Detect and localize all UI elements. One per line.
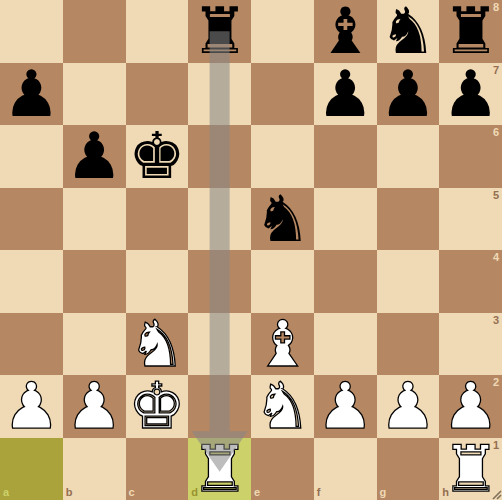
square-g1[interactable]: g	[377, 438, 440, 500]
square-f5[interactable]	[314, 188, 377, 251]
square-g5[interactable]	[377, 188, 440, 251]
piece-white-knight[interactable]: ♞	[126, 313, 189, 376]
piece-white-bishop[interactable]: ♝	[251, 313, 314, 376]
piece-white-pawn[interactable]: ♟	[439, 375, 502, 438]
square-h4[interactable]: 4	[439, 250, 502, 313]
square-d4[interactable]	[188, 250, 251, 313]
chess-board: ♜♝♞8♜♟♟♟7♟♟♚6♞54♞♝3♟♟♚♞♟♟2♟abcd♜efg1h♜	[0, 0, 502, 500]
piece-black-pawn[interactable]: ♟	[439, 63, 502, 126]
square-d3[interactable]	[188, 313, 251, 376]
piece-black-pawn[interactable]: ♟	[314, 63, 377, 126]
piece-white-king[interactable]: ♚	[126, 375, 189, 438]
square-c1[interactable]: c	[126, 438, 189, 500]
square-g4[interactable]	[377, 250, 440, 313]
square-b5[interactable]	[63, 188, 126, 251]
square-a6[interactable]	[0, 125, 63, 188]
coord-file-g: g	[380, 487, 387, 498]
square-g7[interactable]: ♟	[377, 63, 440, 126]
piece-black-knight[interactable]: ♞	[377, 0, 440, 63]
square-a8[interactable]	[0, 0, 63, 63]
square-a2[interactable]: ♟	[0, 375, 63, 438]
square-e5[interactable]: ♞	[251, 188, 314, 251]
board-resize-handle-icon[interactable]	[489, 487, 502, 500]
square-h3[interactable]: 3	[439, 313, 502, 376]
square-e4[interactable]	[251, 250, 314, 313]
square-f8[interactable]: ♝	[314, 0, 377, 63]
square-f3[interactable]	[314, 313, 377, 376]
coord-rank-3: 3	[493, 315, 499, 326]
square-b3[interactable]	[63, 313, 126, 376]
square-e6[interactable]	[251, 125, 314, 188]
square-g3[interactable]	[377, 313, 440, 376]
coord-rank-4: 4	[493, 252, 499, 263]
piece-black-rook[interactable]: ♜	[439, 0, 502, 63]
square-h2[interactable]: 2♟	[439, 375, 502, 438]
piece-black-pawn[interactable]: ♟	[0, 63, 63, 126]
piece-white-knight[interactable]: ♞	[251, 375, 314, 438]
square-c5[interactable]	[126, 188, 189, 251]
piece-white-pawn[interactable]: ♟	[314, 375, 377, 438]
square-b6[interactable]: ♟	[63, 125, 126, 188]
square-a1[interactable]: a	[0, 438, 63, 500]
square-c6[interactable]: ♚	[126, 125, 189, 188]
coord-file-b: b	[66, 487, 73, 498]
square-g6[interactable]	[377, 125, 440, 188]
coord-file-c: c	[129, 487, 135, 498]
square-d7[interactable]	[188, 63, 251, 126]
square-f2[interactable]: ♟	[314, 375, 377, 438]
piece-white-pawn[interactable]: ♟	[377, 375, 440, 438]
square-d5[interactable]	[188, 188, 251, 251]
square-h7[interactable]: 7♟	[439, 63, 502, 126]
square-g8[interactable]: ♞	[377, 0, 440, 63]
piece-white-pawn[interactable]: ♟	[63, 375, 126, 438]
square-g2[interactable]: ♟	[377, 375, 440, 438]
square-e7[interactable]	[251, 63, 314, 126]
board-squares: ♜♝♞8♜♟♟♟7♟♟♚6♞54♞♝3♟♟♚♞♟♟2♟abcd♜efg1h♜	[0, 0, 502, 500]
piece-black-pawn[interactable]: ♟	[377, 63, 440, 126]
square-h6[interactable]: 6	[439, 125, 502, 188]
resize-grip-lines	[493, 491, 501, 499]
square-a7[interactable]: ♟	[0, 63, 63, 126]
square-a5[interactable]	[0, 188, 63, 251]
square-d1[interactable]: d♜	[188, 438, 251, 500]
square-a4[interactable]	[0, 250, 63, 313]
piece-black-rook[interactable]: ♜	[188, 0, 251, 63]
square-h8[interactable]: 8♜	[439, 0, 502, 63]
square-d2[interactable]	[188, 375, 251, 438]
square-h5[interactable]: 5	[439, 188, 502, 251]
coord-file-f: f	[317, 487, 321, 498]
square-c2[interactable]: ♚	[126, 375, 189, 438]
coord-file-e: e	[254, 487, 260, 498]
last-move-highlight	[0, 438, 63, 500]
square-f1[interactable]: f	[314, 438, 377, 500]
square-a3[interactable]	[0, 313, 63, 376]
piece-black-pawn[interactable]: ♟	[63, 125, 126, 188]
piece-white-rook[interactable]: ♜	[188, 438, 251, 500]
coord-rank-5: 5	[493, 190, 499, 201]
square-e3[interactable]: ♝	[251, 313, 314, 376]
square-c4[interactable]	[126, 250, 189, 313]
square-c3[interactable]: ♞	[126, 313, 189, 376]
piece-black-king[interactable]: ♚	[126, 125, 189, 188]
square-b4[interactable]	[63, 250, 126, 313]
square-c7[interactable]	[126, 63, 189, 126]
piece-black-bishop[interactable]: ♝	[314, 0, 377, 63]
square-e2[interactable]: ♞	[251, 375, 314, 438]
piece-white-pawn[interactable]: ♟	[0, 375, 63, 438]
square-c8[interactable]	[126, 0, 189, 63]
square-f6[interactable]	[314, 125, 377, 188]
square-f4[interactable]	[314, 250, 377, 313]
square-b7[interactable]	[63, 63, 126, 126]
square-d6[interactable]	[188, 125, 251, 188]
square-b1[interactable]: b	[63, 438, 126, 500]
square-e8[interactable]	[251, 0, 314, 63]
square-e1[interactable]: e	[251, 438, 314, 500]
square-f7[interactable]: ♟	[314, 63, 377, 126]
piece-black-knight[interactable]: ♞	[251, 188, 314, 251]
square-b2[interactable]: ♟	[63, 375, 126, 438]
square-b8[interactable]	[63, 0, 126, 63]
square-d8[interactable]: ♜	[188, 0, 251, 63]
